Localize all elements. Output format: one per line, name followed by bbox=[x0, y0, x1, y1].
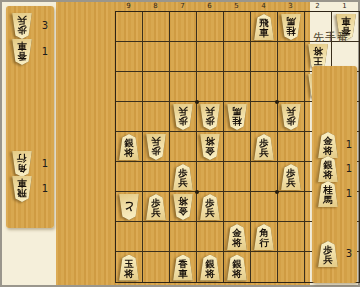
square-4-七[interactable] bbox=[251, 192, 278, 222]
square-4-九[interactable] bbox=[251, 252, 278, 282]
gote-piece[interactable]: 歩兵 bbox=[11, 13, 33, 39]
hand-slot[interactable]: 歩兵 bbox=[317, 241, 339, 267]
square-9-四[interactable] bbox=[116, 102, 143, 132]
file-label: 9 bbox=[115, 2, 142, 11]
hand-slot[interactable]: 歩兵 bbox=[11, 13, 33, 39]
square-7-八[interactable] bbox=[170, 222, 197, 252]
gote-piece[interactable]: 金将 bbox=[172, 194, 194, 220]
hand-slot[interactable]: 飛車 bbox=[11, 176, 33, 202]
hand-count: 1 bbox=[343, 163, 355, 174]
square-8-九[interactable] bbox=[143, 252, 170, 282]
square-5-八[interactable]: 金将 bbox=[224, 222, 251, 252]
shogi-app-window: 987654321 一二三四五六七八九 飛車桂馬香車王将香車歩兵歩兵歩兵桂馬歩兵… bbox=[0, 0, 360, 287]
square-9-二[interactable] bbox=[116, 42, 143, 72]
square-6-一[interactable] bbox=[197, 12, 224, 42]
square-9-一[interactable] bbox=[116, 12, 143, 42]
sente-piece[interactable]: 銀将 bbox=[199, 255, 221, 281]
square-7-二[interactable] bbox=[170, 42, 197, 72]
square-4-六[interactable] bbox=[251, 162, 278, 192]
square-5-五[interactable] bbox=[224, 132, 251, 162]
sente-piece[interactable]: 銀将 bbox=[226, 255, 248, 281]
hand-count: 3 bbox=[343, 248, 355, 259]
gote-piece[interactable]: 角行 bbox=[11, 151, 33, 177]
square-3-一[interactable]: 桂馬 bbox=[278, 12, 305, 42]
file-labels: 987654321 bbox=[115, 2, 358, 11]
sente-piece[interactable]: 桂馬 bbox=[317, 181, 339, 207]
hand-count: 1 bbox=[39, 183, 51, 194]
sente-piece[interactable]: 飛車 bbox=[253, 14, 275, 40]
turn-indicator: 先手番 bbox=[313, 30, 349, 45]
square-4-一[interactable]: 飛車 bbox=[251, 12, 278, 42]
square-6-三[interactable] bbox=[197, 72, 224, 102]
square-4-八[interactable]: 角行 bbox=[251, 222, 278, 252]
file-label: 3 bbox=[277, 2, 304, 11]
square-7-九[interactable]: 香車 bbox=[170, 252, 197, 282]
square-9-七[interactable]: と bbox=[116, 192, 143, 222]
sente-piece[interactable]: 銀将 bbox=[118, 134, 140, 160]
square-5-六[interactable] bbox=[224, 162, 251, 192]
sente-piece[interactable]: 歩兵 bbox=[172, 164, 194, 190]
square-9-五[interactable]: 銀将 bbox=[116, 132, 143, 162]
square-5-一[interactable] bbox=[224, 12, 251, 42]
square-7-一[interactable] bbox=[170, 12, 197, 42]
gote-piece[interactable]: 桂馬 bbox=[280, 14, 302, 40]
sente-piece[interactable]: 歩兵 bbox=[199, 194, 221, 220]
sente-piece[interactable]: 銀将 bbox=[317, 156, 339, 182]
square-8-三[interactable] bbox=[143, 72, 170, 102]
star-point bbox=[275, 190, 279, 194]
board-panel: 987654321 一二三四五六七八九 飛車桂馬香車王将香車歩兵歩兵歩兵桂馬歩兵… bbox=[56, 2, 310, 285]
hand-count: 1 bbox=[39, 158, 51, 169]
file-label: 7 bbox=[169, 2, 196, 11]
file-label: 4 bbox=[250, 2, 277, 11]
square-5-四[interactable]: 桂馬 bbox=[224, 102, 251, 132]
file-label: 8 bbox=[142, 2, 169, 11]
file-label: 5 bbox=[223, 2, 250, 11]
square-4-五[interactable]: 歩兵 bbox=[251, 132, 278, 162]
square-7-六[interactable]: 歩兵 bbox=[170, 162, 197, 192]
gote-piece[interactable]: 歩兵 bbox=[172, 104, 194, 130]
square-6-五[interactable]: 金将 bbox=[197, 132, 224, 162]
sente-piece[interactable]: 歩兵 bbox=[280, 164, 302, 190]
square-3-二[interactable] bbox=[278, 42, 305, 72]
gote-piece[interactable]: 香車 bbox=[11, 39, 33, 65]
sente-captured-stand: 金将1銀将1桂馬1歩兵3 bbox=[312, 66, 357, 283]
hand-count: 1 bbox=[343, 139, 355, 150]
square-5-二[interactable] bbox=[224, 42, 251, 72]
hand-count: 1 bbox=[39, 46, 51, 57]
square-8-五[interactable]: 歩兵 bbox=[143, 132, 170, 162]
star-point bbox=[195, 190, 199, 194]
square-6-四[interactable]: 歩兵 bbox=[197, 102, 224, 132]
file-label: 2 bbox=[304, 2, 331, 11]
hand-slot[interactable]: 香車 bbox=[11, 39, 33, 65]
gote-piece[interactable]: 歩兵 bbox=[280, 104, 302, 130]
square-9-八[interactable] bbox=[116, 222, 143, 252]
hand-slot[interactable]: 桂馬 bbox=[317, 181, 339, 207]
hand-slot[interactable]: 金将 bbox=[317, 132, 339, 158]
gote-piece[interactable]: 飛車 bbox=[11, 176, 33, 202]
gote-piece[interactable]: 歩兵 bbox=[145, 134, 167, 160]
square-8-七[interactable]: 歩兵 bbox=[143, 192, 170, 222]
star-point bbox=[195, 100, 199, 104]
square-4-四[interactable] bbox=[251, 102, 278, 132]
square-9-九[interactable]: 玉将 bbox=[116, 252, 143, 282]
square-6-六[interactable] bbox=[197, 162, 224, 192]
square-7-四[interactable]: 歩兵 bbox=[170, 102, 197, 132]
square-6-二[interactable] bbox=[197, 42, 224, 72]
square-4-二[interactable] bbox=[251, 42, 278, 72]
square-3-六[interactable]: 歩兵 bbox=[278, 162, 305, 192]
sente-piece[interactable]: 金将 bbox=[226, 224, 248, 250]
sente-piece[interactable]: 香車 bbox=[172, 255, 194, 281]
square-3-九[interactable] bbox=[278, 252, 305, 282]
square-3-七[interactable] bbox=[278, 192, 305, 222]
square-8-四[interactable] bbox=[143, 102, 170, 132]
file-label: 1 bbox=[331, 2, 358, 11]
square-3-五[interactable] bbox=[278, 132, 305, 162]
square-9-三[interactable] bbox=[116, 72, 143, 102]
gote-piece[interactable]: 金将 bbox=[199, 134, 221, 160]
square-8-一[interactable] bbox=[143, 12, 170, 42]
square-5-九[interactable]: 銀将 bbox=[224, 252, 251, 282]
square-6-七[interactable]: 歩兵 bbox=[197, 192, 224, 222]
square-5-三[interactable] bbox=[224, 72, 251, 102]
star-point bbox=[275, 100, 279, 104]
sente-piece[interactable]: 金将 bbox=[317, 132, 339, 158]
hand-count: 1 bbox=[343, 188, 355, 199]
gote-captured-stand: 歩兵3香車1角行1飛車1 bbox=[6, 6, 54, 228]
square-4-三[interactable] bbox=[251, 72, 278, 102]
hand-slot[interactable]: 角行 bbox=[11, 151, 33, 177]
sente-piece[interactable]: 歩兵 bbox=[145, 194, 167, 220]
gote-piece[interactable]: と bbox=[118, 194, 140, 220]
square-6-八[interactable] bbox=[197, 222, 224, 252]
sente-piece[interactable]: 玉将 bbox=[118, 255, 140, 281]
square-3-三[interactable] bbox=[278, 72, 305, 102]
square-8-六[interactable] bbox=[143, 162, 170, 192]
square-7-七[interactable]: 金将 bbox=[170, 192, 197, 222]
square-8-八[interactable] bbox=[143, 222, 170, 252]
square-6-九[interactable]: 銀将 bbox=[197, 252, 224, 282]
gote-piece[interactable]: 桂馬 bbox=[226, 104, 248, 130]
sente-piece[interactable]: 歩兵 bbox=[317, 241, 339, 267]
square-3-四[interactable]: 歩兵 bbox=[278, 102, 305, 132]
square-7-五[interactable] bbox=[170, 132, 197, 162]
square-8-二[interactable] bbox=[143, 42, 170, 72]
file-label: 6 bbox=[196, 2, 223, 11]
square-9-六[interactable] bbox=[116, 162, 143, 192]
gote-piece[interactable]: 歩兵 bbox=[199, 104, 221, 130]
hand-count: 3 bbox=[39, 20, 51, 31]
square-7-三[interactable] bbox=[170, 72, 197, 102]
square-5-七[interactable] bbox=[224, 192, 251, 222]
square-3-八[interactable] bbox=[278, 222, 305, 252]
sente-piece[interactable]: 角行 bbox=[253, 224, 275, 250]
hand-slot[interactable]: 銀将 bbox=[317, 156, 339, 182]
sente-piece[interactable]: 歩兵 bbox=[253, 134, 275, 160]
